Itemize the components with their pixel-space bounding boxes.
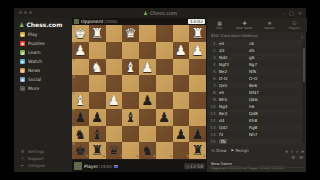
move-black[interactable]: Bg7: [249, 62, 279, 67]
piece-black-k-h8[interactable]: ♚: [74, 142, 86, 159]
sidebar-footer-settings[interactable]: ⚙Settings: [14, 148, 72, 155]
piece-white-r-g1[interactable]: ♜: [91, 25, 103, 42]
sidebar-item-label: Play: [28, 32, 37, 37]
move-number: 10.: [207, 104, 219, 109]
chat-input[interactable]: [209, 167, 305, 171]
move-white[interactable]: d3: [219, 48, 249, 53]
dots-icon: ⋯: [20, 86, 25, 91]
square-a4[interactable]: [189, 75, 206, 92]
resign-button[interactable]: ⚑ Resign: [231, 148, 249, 153]
move-row: 14.f4Nh7: [207, 131, 301, 138]
square-h6[interactable]: ♟6: [72, 109, 89, 126]
square-e7[interactable]: [122, 126, 139, 143]
rank-label-6: 6: [73, 109, 75, 113]
tab-label: Games: [264, 26, 275, 30]
move-black[interactable]: Nh7: [249, 132, 279, 137]
opening-name: B10: Caro-Kann Defense: [211, 33, 297, 39]
app-window: ♟Chess.com –□× ♟ Chess.com ♟Play◆Puzzles…: [14, 8, 306, 172]
move-white[interactable]: Ng3: [219, 104, 249, 109]
move-white[interactable]: O-O: [219, 76, 249, 81]
square-f8[interactable]: ♛f: [106, 142, 123, 159]
move-row: 6.O-OO-O: [207, 75, 301, 82]
panel-subicons: ⚙✉: [291, 155, 303, 160]
window-title: ♟Chess.com: [14, 8, 306, 18]
piece-white-b-e3[interactable]: ♝: [125, 59, 137, 76]
bottom-player-rating: (1500): [99, 164, 112, 169]
move-white[interactable]: Qe1: [219, 83, 249, 88]
game-controls: ½ Draw ⚑ Resign «‹›»: [207, 146, 307, 155]
chess-board: ♚1♜♛♜♟2♟♟3♞♝♟4♝5♟♟♟6♟♝♟♞7♝♟♟♚8h♜g♛fe♞dcb…: [72, 25, 206, 159]
move-white[interactable]: Ngf3: [219, 62, 249, 67]
logo-pawn-icon: ♟: [19, 21, 24, 28]
move-white[interactable]: Be2: [219, 69, 249, 74]
square-h3[interactable]: 3: [72, 59, 89, 76]
square-g2[interactable]: [89, 42, 106, 59]
piece-black-n-h7[interactable]: ♞: [74, 126, 86, 143]
square-b1[interactable]: [173, 25, 190, 42]
move-white[interactable]: f5: [219, 139, 227, 144]
piece-black-n-d8[interactable]: ♞: [141, 142, 153, 159]
move-black[interactable]: g6: [249, 55, 279, 60]
move-row: 1.e4c6: [207, 40, 301, 47]
piece-white-r-a1[interactable]: ♜: [192, 25, 204, 42]
sidebar-item-label: Social: [28, 77, 41, 82]
piece-white-p-h2[interactable]: ♟: [74, 42, 86, 59]
tab-games[interactable]: ≡Games: [257, 18, 282, 32]
tv-icon: ▶: [20, 59, 25, 64]
square-f1[interactable]: [106, 25, 123, 42]
square-f4[interactable]: [106, 75, 123, 92]
top-clock: 13:02: [188, 19, 205, 24]
tab-label: Play: [216, 26, 222, 30]
square-b4[interactable]: [173, 75, 190, 92]
square-g7[interactable]: ♝: [89, 126, 106, 143]
square-d3[interactable]: ♟: [139, 59, 156, 76]
bottom-player-flag-icon: [114, 165, 118, 168]
draw-button[interactable]: ½ Draw: [211, 148, 227, 153]
move-black[interactable]: c6: [249, 41, 279, 46]
nav-last-button[interactable]: »: [301, 148, 304, 154]
piece-black-b-e6[interactable]: ♝: [125, 109, 137, 126]
move-number: 13.: [207, 125, 219, 130]
move-row: 2.d3d5: [207, 47, 301, 54]
piece-white-b-h5[interactable]: ♝: [74, 92, 86, 109]
square-a2[interactable]: ♟: [189, 42, 206, 59]
board-area: Opponent (1500) 13:02 ♚1♜♛♜♟2♟♟3♞♝♟4♝5♟♟…: [72, 18, 206, 172]
square-e8[interactable]: e: [122, 142, 139, 159]
tab-label: Players: [289, 26, 300, 30]
nav-first-button[interactable]: «: [285, 148, 288, 154]
move-row: 12.d4Kh8: [207, 117, 301, 124]
pawn-icon: ♟: [20, 32, 25, 37]
chat-icon[interactable]: ✉: [299, 155, 303, 160]
people-icon: ◉: [20, 77, 25, 82]
sidebar-item-watch[interactable]: ▶Watch: [14, 57, 72, 66]
move-number: 3.: [207, 55, 219, 60]
move-row: 8.e5Nfd7: [207, 89, 301, 96]
window-controls[interactable]: –□×: [283, 8, 302, 18]
rank-label-4: 4: [73, 76, 75, 80]
sidebar-item-more[interactable]: ⋯More: [14, 84, 72, 93]
window-control-□[interactable]: □: [289, 10, 294, 16]
sidebar-item-label: News: [28, 68, 40, 73]
square-a5[interactable]: [189, 92, 206, 109]
piece-black-p-g6[interactable]: ♟: [91, 109, 103, 126]
square-c7[interactable]: [156, 126, 173, 143]
titlebar[interactable]: ♟Chess.com –□×: [14, 8, 306, 18]
sidebar-item-puzzles[interactable]: ◆Puzzles: [14, 39, 72, 48]
square-b3[interactable]: [173, 59, 190, 76]
move-number: 2.: [207, 48, 219, 53]
nav-back-button[interactable]: ‹: [291, 148, 293, 154]
square-a1[interactable]: ♜: [189, 25, 206, 42]
square-a3[interactable]: [189, 59, 206, 76]
top-player-name[interactable]: Opponent: [81, 19, 103, 24]
square-c4[interactable]: [156, 75, 173, 92]
piece-white-k-h1[interactable]: ♚: [74, 25, 86, 42]
move-number: 1.: [207, 41, 219, 46]
piece-black-b-g7[interactable]: ♝: [91, 126, 103, 143]
square-g8[interactable]: ♜g: [89, 142, 106, 159]
piece-white-n-g3[interactable]: ♞: [91, 59, 103, 76]
move-row: 10.Ng3h6: [207, 103, 301, 110]
piece-black-r-g8[interactable]: ♜: [91, 142, 103, 159]
move-black[interactable]: Rg8: [249, 125, 279, 130]
move-number: 14.: [207, 132, 219, 137]
square-g3[interactable]: ♞: [89, 59, 106, 76]
piece-black-q-f8[interactable]: ♛: [108, 142, 120, 159]
square-d1[interactable]: [139, 25, 156, 42]
square-c5[interactable]: [156, 92, 173, 109]
move-number: 12.: [207, 118, 219, 123]
square-e5[interactable]: [122, 92, 139, 109]
move-row: 3.Nd2g6: [207, 54, 301, 61]
square-c6[interactable]: ♟: [156, 109, 173, 126]
clock-icon: ◷: [186, 164, 190, 169]
square-b8[interactable]: b: [173, 142, 190, 159]
square-d6[interactable]: [139, 109, 156, 126]
square-b5[interactable]: [173, 92, 190, 109]
square-d8[interactable]: ♞d: [139, 142, 156, 159]
square-a6[interactable]: [189, 109, 206, 126]
square-h7[interactable]: ♞7: [72, 126, 89, 143]
rank-label-1: 1: [73, 26, 75, 30]
square-h4[interactable]: 4: [72, 75, 89, 92]
sidebar-item-learn[interactable]: ▲Learn: [14, 48, 72, 57]
move-nav: «‹›»: [285, 146, 304, 155]
logo-text: Chess.com: [26, 21, 62, 28]
square-h8[interactable]: ♚8h: [72, 142, 89, 159]
top-player-bar: Opponent (1500) 13:02: [72, 18, 206, 25]
piece-white-q-e1[interactable]: ♛: [125, 25, 137, 42]
move-number: 15.: [207, 139, 219, 144]
square-b7[interactable]: ♟: [173, 126, 190, 143]
sidebar-item-label: Puzzles: [28, 41, 45, 46]
move-row: 11.Be3Qd8: [207, 110, 301, 117]
square-e4[interactable]: [122, 75, 139, 92]
move-white[interactable]: e5: [219, 90, 249, 95]
bottom-clock: ◷12:58: [184, 163, 205, 169]
rank-label-7: 7: [73, 126, 75, 130]
square-f3[interactable]: [106, 59, 123, 76]
sidebar-item-play[interactable]: ♟Play: [14, 30, 72, 39]
sidebar-footer-label: Support: [28, 156, 44, 161]
square-a8[interactable]: ♜a: [189, 142, 206, 159]
square-f6[interactable]: [106, 109, 123, 126]
move-black[interactable]: Nfd7: [249, 90, 279, 95]
move-white[interactable]: f4: [219, 132, 249, 137]
square-e6[interactable]: ♝: [122, 109, 139, 126]
piece-white-p-f5[interactable]: ♟: [108, 92, 120, 109]
move-black[interactable]: h6: [249, 104, 279, 109]
logo[interactable]: ♟ Chess.com: [14, 18, 72, 30]
move-black[interactable]: Qd8: [249, 111, 279, 116]
piece-black-p-b7[interactable]: ♟: [175, 126, 187, 143]
sidebar-item-label: Watch: [28, 59, 42, 64]
rank-label-5: 5: [73, 93, 75, 97]
app-favicon-icon: ♟: [143, 10, 147, 16]
move-number: 6.: [207, 76, 219, 81]
screen: ♟Chess.com –□× ♟ Chess.com ♟Play◆Puzzles…: [0, 0, 320, 180]
piece-black-p-h6[interactable]: ♟: [74, 109, 86, 126]
square-e3[interactable]: ♝: [122, 59, 139, 76]
square-d2[interactable]: [139, 42, 156, 59]
top-player-rating: (1500): [104, 19, 117, 24]
move-number: 4.: [207, 62, 219, 67]
square-g6[interactable]: ♟: [89, 109, 106, 126]
move-black[interactable]: Qb6: [249, 97, 279, 102]
sidebar-item-social[interactable]: ◉Social: [14, 75, 72, 84]
game-panel: ▦Play✚New Game≡Games⚇Players B10: Caro-K…: [206, 18, 306, 172]
window-control-–[interactable]: –: [283, 10, 286, 16]
sidebar-item-label: More: [28, 86, 39, 91]
piece-black-p-d5[interactable]: ♟: [141, 92, 153, 109]
piece-black-p-c6[interactable]: ♟: [158, 109, 170, 126]
move-black[interactable]: Nf6: [249, 69, 279, 74]
square-c2[interactable]: [156, 42, 173, 59]
panel-tabs: ▦Play✚New Game≡Games⚇Players: [207, 18, 307, 32]
cap-icon: ▲: [20, 50, 25, 55]
nav-forward-button[interactable]: ›: [296, 148, 298, 154]
piece-black-p-a7[interactable]: ♟: [192, 126, 204, 143]
sidebar-footer-label: Collapse: [28, 163, 45, 168]
move-row: 5.Be2Nf6: [207, 68, 301, 75]
square-c1[interactable]: [156, 25, 173, 42]
collapse-icon: ⇤: [20, 163, 25, 168]
piece-black-r-a8[interactable]: ♜: [192, 142, 204, 159]
move-list: 1.e4c62.d3d53.Nd2g64.Ngf3Bg75.Be2Nf66.O-…: [207, 40, 301, 145]
scrollbar-thumb[interactable]: [303, 48, 305, 82]
move-number: 5.: [207, 69, 219, 74]
bottom-player-name[interactable]: Player: [84, 164, 98, 169]
sidebar-item-news[interactable]: ▤News: [14, 66, 72, 75]
square-g4[interactable]: [89, 75, 106, 92]
move-row: 15.f5: [207, 138, 301, 145]
puzzle-icon: ◆: [20, 41, 25, 46]
tab-play[interactable]: ▦Play: [207, 18, 232, 32]
rank-label-8: 8: [73, 143, 75, 147]
square-e1[interactable]: ♛: [122, 25, 139, 42]
square-h5[interactable]: ♝5: [72, 92, 89, 109]
rank-label-2: 2: [73, 42, 75, 46]
window-control-×[interactable]: ×: [298, 10, 302, 16]
move-number: 9.: [207, 97, 219, 102]
square-g1[interactable]: ♜: [89, 25, 106, 42]
piece-white-p-a2[interactable]: ♟: [192, 42, 204, 59]
piece-white-p-b2[interactable]: ♟: [175, 42, 187, 59]
support-icon: ?: [20, 156, 25, 161]
sidebar-footer-collapse[interactable]: ⇤Collapse: [14, 162, 72, 169]
square-f7[interactable]: [106, 126, 123, 143]
move-black[interactable]: d5: [249, 48, 279, 53]
square-a7[interactable]: ♟: [189, 126, 206, 143]
move-white[interactable]: Qd2: [219, 125, 249, 130]
tab-label: New Game: [236, 26, 252, 30]
sidebar: ♟ Chess.com ♟Play◆Puzzles▲Learn▶Watch▤Ne…: [14, 18, 72, 172]
move-black[interactable]: O-O: [249, 76, 279, 81]
sidebar-item-label: Learn: [28, 50, 41, 55]
move-number: 11.: [207, 111, 219, 116]
settings-icon: ⚙: [20, 149, 25, 154]
move-row: 13.Qd2Rg8: [207, 124, 301, 131]
move-number: 8.: [207, 90, 219, 95]
square-d4[interactable]: [139, 75, 156, 92]
move-white[interactable]: Be3: [219, 111, 249, 116]
square-h1[interactable]: ♚1: [72, 25, 89, 42]
move-white[interactable]: e4: [219, 41, 249, 46]
piece-white-p-d3[interactable]: ♟: [141, 59, 153, 76]
sidebar-footer-support[interactable]: ?Support: [14, 155, 72, 162]
move-black[interactable]: Be6: [249, 83, 279, 88]
paper-icon: ▤: [20, 68, 25, 73]
square-c8[interactable]: c: [156, 142, 173, 159]
sidebar-footer: ⚙Settings?Support⇤Collapse: [14, 148, 72, 169]
sidebar-footer-label: Settings: [28, 149, 44, 154]
move-row: 9.Bh5Qb6: [207, 96, 301, 103]
move-white[interactable]: Nd2: [219, 55, 249, 60]
move-white[interactable]: d4: [219, 118, 249, 123]
square-f5[interactable]: ♟: [106, 92, 123, 109]
rank-label-3: 3: [73, 59, 75, 63]
square-g5[interactable]: [89, 92, 106, 109]
bottom-player-bar: Player (1500) ◷12:58: [72, 160, 206, 172]
settings-icon[interactable]: ⚙: [291, 155, 295, 160]
tab-players[interactable]: ⚇Players: [282, 18, 307, 32]
square-h2[interactable]: ♟2: [72, 42, 89, 59]
move-row: 7.Qe1Be6: [207, 82, 301, 89]
square-c3[interactable]: [156, 59, 173, 76]
square-f2[interactable]: [106, 42, 123, 59]
move-row: 4.Ngf3Bg7: [207, 61, 301, 68]
square-b2[interactable]: ♟: [173, 42, 190, 59]
square-b6[interactable]: [173, 109, 190, 126]
top-avatar[interactable]: [74, 19, 79, 24]
square-e2[interactable]: [122, 42, 139, 59]
move-number: 7.: [207, 83, 219, 88]
move-white[interactable]: Bh5: [219, 97, 249, 102]
bottom-avatar[interactable]: [74, 162, 82, 170]
download-icon[interactable]: ⤓: [301, 34, 303, 39]
square-d5[interactable]: ♟: [139, 92, 156, 109]
move-black[interactable]: Kh8: [249, 118, 279, 123]
square-d7[interactable]: [139, 126, 156, 143]
tab-new-game[interactable]: ✚New Game: [232, 18, 257, 32]
